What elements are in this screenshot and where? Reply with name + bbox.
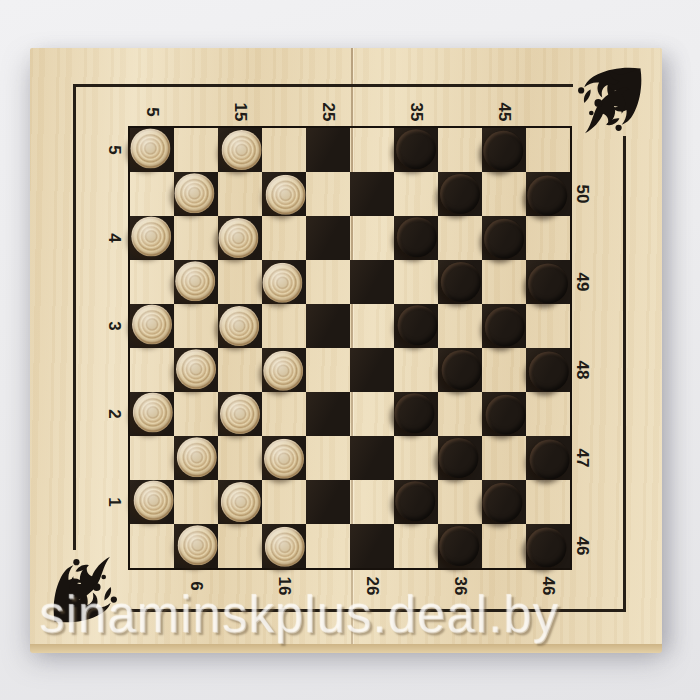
checker-piece-light[interactable] [175, 261, 215, 301]
board-cell-light [174, 392, 218, 436]
checker-piece-dark[interactable] [482, 483, 522, 523]
board-cell-light [526, 480, 570, 524]
board-cell-dark[interactable] [526, 436, 570, 480]
checker-piece-light[interactable] [218, 218, 258, 258]
checker-piece-dark[interactable] [530, 440, 570, 480]
board-cell-light [350, 304, 394, 348]
checker-piece-dark[interactable] [438, 438, 478, 478]
board-cell-dark[interactable] [262, 524, 306, 568]
checker-piece-light[interactable] [174, 173, 214, 213]
board-cell-dark[interactable] [262, 172, 306, 216]
board-cell-light [130, 260, 174, 304]
board-cell-light [394, 524, 438, 568]
checker-piece-light[interactable] [262, 263, 302, 303]
coord-label-right: 50 [569, 181, 595, 207]
board-cell-dark[interactable] [262, 260, 306, 304]
coord-label-right: 47 [569, 445, 595, 471]
board-cell-dark[interactable] [174, 524, 218, 568]
board-cell-light [262, 216, 306, 260]
frame-line-left [73, 84, 76, 550]
board-cell-dark[interactable] [350, 172, 394, 216]
board-cell-dark[interactable] [438, 436, 482, 480]
checker-piece-dark[interactable] [439, 526, 479, 566]
coord-label-left: 3 [101, 313, 127, 339]
board-cell-light [482, 436, 526, 480]
checker-piece-light[interactable] [131, 216, 171, 256]
board-cell-light [394, 348, 438, 392]
board-cell-light [174, 128, 218, 172]
board-cell-dark[interactable] [526, 260, 570, 304]
checker-piece-light[interactable] [178, 525, 218, 565]
board-cell-light [526, 216, 570, 260]
checker-piece-dark[interactable] [526, 528, 566, 568]
board-cell-dark[interactable] [130, 392, 174, 436]
board-cell-light [526, 392, 570, 436]
coord-label-left: 2 [101, 401, 127, 427]
board-cell-dark[interactable] [218, 480, 262, 524]
coord-label-left: 4 [101, 225, 127, 251]
board-cell-light [130, 172, 174, 216]
board-cell-dark[interactable] [526, 172, 570, 216]
checker-piece-light[interactable] [219, 306, 259, 346]
board-cell-light [350, 216, 394, 260]
checker-piece-dark[interactable] [528, 264, 568, 304]
board-cell-dark[interactable] [130, 128, 174, 172]
frame-line-right [623, 136, 626, 612]
board-cell-light [482, 348, 526, 392]
coord-label-top: 15 [227, 99, 253, 125]
board-cell-dark[interactable] [130, 480, 174, 524]
board-cell-light [394, 260, 438, 304]
board-cell-dark[interactable] [218, 392, 262, 436]
checker-piece-light[interactable] [221, 482, 261, 522]
board-cell-dark[interactable] [526, 348, 570, 392]
board-cell-light [262, 392, 306, 436]
board-cell-light [350, 392, 394, 436]
board-cell-dark[interactable] [306, 216, 350, 260]
board-cell-light [482, 260, 526, 304]
checker-piece-dark[interactable] [484, 219, 524, 259]
board-cell-dark[interactable] [306, 392, 350, 436]
checker-piece-dark[interactable] [395, 481, 435, 521]
checker-piece-light[interactable] [132, 304, 172, 344]
checker-piece-dark[interactable] [397, 217, 437, 257]
checker-piece-light[interactable] [263, 351, 303, 391]
checker-piece-light[interactable] [222, 130, 262, 170]
board-cell-dark[interactable] [394, 480, 438, 524]
board-cell-light [438, 216, 482, 260]
checker-piece-light[interactable] [177, 437, 217, 477]
coord-label-top: 45 [491, 99, 517, 125]
board-cell-dark[interactable] [174, 436, 218, 480]
board-cell-light [482, 524, 526, 568]
board-cell-dark[interactable] [306, 304, 350, 348]
checker-piece-dark[interactable] [529, 352, 569, 392]
board-cell-light [438, 480, 482, 524]
board-cell-dark[interactable] [482, 304, 526, 348]
board-cell-dark[interactable] [394, 304, 438, 348]
checker-piece-dark[interactable] [486, 395, 526, 435]
board-cell-dark[interactable] [526, 524, 570, 568]
board-cell-light [218, 524, 262, 568]
coord-label-top: 35 [403, 99, 429, 125]
board-cell-dark[interactable] [174, 172, 218, 216]
board-cell-light [262, 480, 306, 524]
checker-piece-dark[interactable] [440, 174, 480, 214]
board-cell-light [526, 128, 570, 172]
board-cell-dark[interactable] [262, 348, 306, 392]
board-cell-dark[interactable] [130, 216, 174, 260]
checker-piece-light[interactable] [264, 439, 304, 479]
board-cell-dark[interactable] [306, 128, 350, 172]
board-cell-light [482, 172, 526, 216]
board-cell-dark[interactable] [394, 392, 438, 436]
board-cell-light [130, 348, 174, 392]
coord-label-right: 49 [569, 269, 595, 295]
checker-piece-dark[interactable] [396, 129, 436, 169]
checker-piece-dark[interactable] [485, 307, 525, 347]
checker-piece-light[interactable] [133, 392, 173, 432]
board-cell-light [306, 436, 350, 480]
coord-label-top: 5 [139, 99, 165, 125]
board-cell-dark[interactable] [350, 436, 394, 480]
board-cell-light [394, 172, 438, 216]
board-cell-light [350, 480, 394, 524]
board-cell-dark[interactable] [438, 348, 482, 392]
board-cell-dark[interactable] [482, 480, 526, 524]
checker-piece-dark[interactable] [394, 393, 434, 433]
board-cell-light [438, 304, 482, 348]
photo-background: 515253545616263646543215049484746 sinami… [0, 0, 700, 700]
wooden-board: 515253545616263646543215049484746 [30, 48, 662, 645]
coord-label-right: 48 [569, 357, 595, 383]
board-cell-dark[interactable] [482, 392, 526, 436]
board-cell-dark[interactable] [438, 260, 482, 304]
damask-corner-ornament-icon [564, 67, 642, 145]
board-cell-light [218, 172, 262, 216]
board-cell-light [306, 348, 350, 392]
board-cell-dark[interactable] [438, 524, 482, 568]
board-cell-light [130, 436, 174, 480]
board-cell-light [218, 260, 262, 304]
board-cell-light [174, 304, 218, 348]
board-cell-light [218, 348, 262, 392]
board-cell-dark[interactable] [394, 128, 438, 172]
coord-label-left: 1 [101, 489, 127, 515]
board-cell-light [262, 304, 306, 348]
board-cell-dark[interactable] [350, 524, 394, 568]
board-cell-dark[interactable] [482, 216, 526, 260]
frame-line-top [73, 84, 573, 87]
checker-piece-light[interactable] [176, 349, 216, 389]
board-cell-dark[interactable] [350, 260, 394, 304]
board-cell-dark[interactable] [262, 436, 306, 480]
checker-piece-light[interactable] [220, 394, 260, 434]
board-cell-dark[interactable] [438, 172, 482, 216]
checker-piece-dark[interactable] [483, 131, 523, 171]
board-cell-light [306, 172, 350, 216]
board-cell-dark[interactable] [482, 128, 526, 172]
checker-piece-dark[interactable] [442, 350, 482, 390]
board-cell-light [218, 436, 262, 480]
board-cell-light [394, 436, 438, 480]
checker-piece-light[interactable] [134, 480, 174, 520]
board-cell-light [526, 304, 570, 348]
checker-piece-light[interactable] [130, 128, 170, 168]
board-cell-light [174, 216, 218, 260]
board-cell-light [350, 128, 394, 172]
board-cell-light [174, 480, 218, 524]
board-cell-light [306, 260, 350, 304]
board-cell-light [262, 128, 306, 172]
coord-label-left: 5 [101, 137, 127, 163]
board-cell-dark[interactable] [394, 216, 438, 260]
board-cell-dark[interactable] [218, 216, 262, 260]
coord-label-right: 46 [569, 533, 595, 559]
board-cell-dark[interactable] [350, 348, 394, 392]
board-cell-light [438, 392, 482, 436]
checker-piece-dark[interactable] [527, 176, 567, 216]
coord-label-top: 25 [315, 99, 341, 125]
board-cell-dark[interactable] [218, 128, 262, 172]
board-cell-dark[interactable] [130, 304, 174, 348]
board-cell-dark[interactable] [174, 348, 218, 392]
checker-piece-dark[interactable] [441, 262, 481, 302]
board-cell-light [130, 524, 174, 568]
board-cell-light [438, 128, 482, 172]
checker-piece-light[interactable] [265, 527, 305, 567]
watermark: sinaminskplus.deal.by [40, 586, 560, 645]
checker-piece-dark[interactable] [398, 305, 438, 345]
board-cell-dark[interactable] [306, 480, 350, 524]
checker-piece-light[interactable] [266, 175, 306, 215]
board-cell-dark[interactable] [218, 304, 262, 348]
checkers-board-grid [128, 126, 572, 570]
board-cell-dark[interactable] [174, 260, 218, 304]
board-cell-light [306, 524, 350, 568]
